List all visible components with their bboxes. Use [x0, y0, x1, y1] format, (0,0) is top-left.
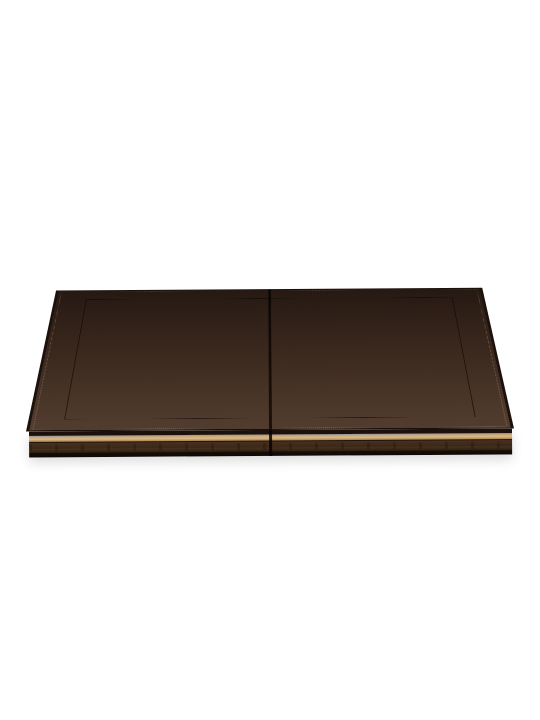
- product-photo-stage: [0, 0, 540, 720]
- chessboard: [0, 0, 540, 720]
- board-front-edge: [29, 429, 512, 458]
- board-top-surface: [26, 288, 514, 432]
- board-top-perspective: [26, 288, 514, 432]
- fold-seam-side: [269, 430, 272, 456]
